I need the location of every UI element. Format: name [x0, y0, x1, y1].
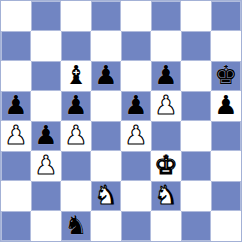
- square-e2[interactable]: [121, 181, 151, 211]
- square-g6[interactable]: [181, 61, 211, 91]
- square-e7[interactable]: [121, 31, 151, 61]
- square-d4[interactable]: [91, 121, 121, 151]
- piece-white-knight[interactable]: ♞: [94, 181, 117, 210]
- square-h6[interactable]: ♚: [211, 61, 241, 91]
- piece-white-pawn[interactable]: ♟: [154, 91, 177, 120]
- square-b5[interactable]: [31, 91, 61, 121]
- square-c8[interactable]: [61, 1, 91, 31]
- piece-black-pawn[interactable]: ♟: [34, 121, 57, 150]
- square-f1[interactable]: [151, 211, 181, 241]
- chess-board: ♝♟♟♚♟♟♟♟♟♟♟♟♟♟♚♞♞♞: [0, 0, 242, 242]
- piece-white-knight[interactable]: ♞: [154, 181, 177, 210]
- square-b7[interactable]: [31, 31, 61, 61]
- square-b4[interactable]: ♟: [31, 121, 61, 151]
- square-f3[interactable]: ♚: [151, 151, 181, 181]
- piece-black-king[interactable]: ♚: [214, 61, 237, 90]
- square-c3[interactable]: [61, 151, 91, 181]
- square-g5[interactable]: [181, 91, 211, 121]
- square-c1[interactable]: ♞: [61, 211, 91, 241]
- piece-white-pawn[interactable]: ♟: [4, 121, 27, 150]
- piece-white-pawn[interactable]: ♟: [64, 121, 87, 150]
- square-a3[interactable]: [1, 151, 31, 181]
- square-f5[interactable]: ♟: [151, 91, 181, 121]
- square-a1[interactable]: [1, 211, 31, 241]
- square-c2[interactable]: [61, 181, 91, 211]
- square-f4[interactable]: [151, 121, 181, 151]
- square-d8[interactable]: [91, 1, 121, 31]
- square-e1[interactable]: [121, 211, 151, 241]
- square-e4[interactable]: ♟: [121, 121, 151, 151]
- piece-black-pawn[interactable]: ♟: [124, 91, 147, 120]
- square-b6[interactable]: [31, 61, 61, 91]
- square-a5[interactable]: ♟: [1, 91, 31, 121]
- square-h3[interactable]: [211, 151, 241, 181]
- square-d5[interactable]: [91, 91, 121, 121]
- square-e6[interactable]: [121, 61, 151, 91]
- square-b1[interactable]: [31, 211, 61, 241]
- square-c5[interactable]: ♟: [61, 91, 91, 121]
- piece-white-king[interactable]: ♚: [154, 151, 177, 180]
- square-a2[interactable]: [1, 181, 31, 211]
- square-b8[interactable]: [31, 1, 61, 31]
- square-g2[interactable]: [181, 181, 211, 211]
- square-h5[interactable]: ♟: [211, 91, 241, 121]
- square-d3[interactable]: [91, 151, 121, 181]
- square-h2[interactable]: [211, 181, 241, 211]
- square-c4[interactable]: ♟: [61, 121, 91, 151]
- square-d2[interactable]: ♞: [91, 181, 121, 211]
- piece-black-pawn[interactable]: ♟: [4, 91, 27, 120]
- square-c6[interactable]: ♝: [61, 61, 91, 91]
- square-e5[interactable]: ♟: [121, 91, 151, 121]
- square-a4[interactable]: ♟: [1, 121, 31, 151]
- square-a6[interactable]: [1, 61, 31, 91]
- square-f8[interactable]: [151, 1, 181, 31]
- piece-black-pawn[interactable]: ♟: [94, 61, 117, 90]
- square-g4[interactable]: [181, 121, 211, 151]
- square-e3[interactable]: [121, 151, 151, 181]
- piece-black-pawn[interactable]: ♟: [214, 91, 237, 120]
- square-g1[interactable]: [181, 211, 211, 241]
- square-b3[interactable]: ♟: [31, 151, 61, 181]
- piece-black-knight[interactable]: ♞: [64, 211, 87, 240]
- square-h4[interactable]: [211, 121, 241, 151]
- square-a7[interactable]: [1, 31, 31, 61]
- square-d1[interactable]: [91, 211, 121, 241]
- square-d6[interactable]: ♟: [91, 61, 121, 91]
- piece-white-pawn[interactable]: ♟: [124, 121, 147, 150]
- square-f2[interactable]: ♞: [151, 181, 181, 211]
- piece-black-bishop[interactable]: ♝: [64, 61, 87, 90]
- square-h8[interactable]: [211, 1, 241, 31]
- piece-black-pawn[interactable]: ♟: [64, 91, 87, 120]
- square-f7[interactable]: [151, 31, 181, 61]
- square-e8[interactable]: [121, 1, 151, 31]
- square-d7[interactable]: [91, 31, 121, 61]
- square-f6[interactable]: ♟: [151, 61, 181, 91]
- square-c7[interactable]: [61, 31, 91, 61]
- square-g7[interactable]: [181, 31, 211, 61]
- square-g8[interactable]: [181, 1, 211, 31]
- piece-white-pawn[interactable]: ♟: [34, 151, 57, 180]
- square-h1[interactable]: [211, 211, 241, 241]
- piece-black-pawn[interactable]: ♟: [154, 61, 177, 90]
- square-b2[interactable]: [31, 181, 61, 211]
- square-g3[interactable]: [181, 151, 211, 181]
- square-a8[interactable]: [1, 1, 31, 31]
- square-h7[interactable]: [211, 31, 241, 61]
